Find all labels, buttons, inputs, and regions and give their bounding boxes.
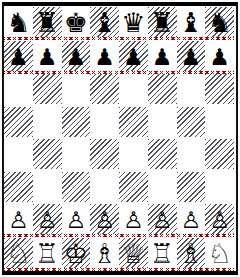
square-c7[interactable]: ♟︎ — [62, 41, 91, 71]
square-a1[interactable]: ♘︎ — [4, 238, 33, 268]
square-d5[interactable] — [90, 107, 119, 137]
piece-bp-b7: ♟︎ — [37, 44, 58, 71]
square-f7[interactable]: ♟︎ — [148, 41, 177, 71]
piece-wr-b1: ♖︎ — [35, 239, 59, 268]
square-d4[interactable] — [90, 139, 119, 169]
square-e6[interactable] — [119, 74, 148, 104]
square-b7[interactable]: ♟︎ — [33, 41, 62, 71]
piece-wb-d1: ♗︎ — [93, 239, 117, 268]
square-e5[interactable] — [119, 107, 148, 137]
square-e3[interactable] — [119, 172, 148, 202]
rank-7: ♟︎♟︎♟︎♟︎♟︎♟︎♟︎♟︎ — [4, 41, 234, 71]
square-d7[interactable]: ♟︎ — [90, 41, 119, 71]
square-c8[interactable]: ♚︎ — [62, 7, 91, 37]
piece-wq-e1: ♕︎ — [121, 239, 145, 268]
piece-bq-e8: ♛︎ — [121, 8, 145, 37]
piece-bp-a7: ♟︎ — [8, 44, 29, 71]
square-a5[interactable] — [4, 107, 33, 137]
square-d3[interactable] — [90, 172, 119, 202]
board-frame: ♞︎♜︎♚︎♝︎♛︎♜︎♝︎♞︎♟︎♟︎♟︎♟︎♟︎♟︎♟︎♟︎♙︎♙︎♙︎♙︎… — [2, 2, 238, 275]
square-b5[interactable] — [33, 107, 62, 137]
square-e8[interactable]: ♛︎ — [119, 7, 148, 37]
square-c4[interactable] — [62, 139, 91, 169]
piece-wp-c2: ♙︎ — [66, 207, 87, 234]
rank-1: ♘︎♖︎♔︎♗︎♕︎♖︎♗︎♘︎ — [4, 238, 234, 268]
square-f4[interactable] — [148, 139, 177, 169]
rank-2: ♙︎♙︎♙︎♙︎♙︎♙︎♙︎♙︎ — [4, 204, 234, 234]
rank-8: ♞︎♜︎♚︎♝︎♛︎♜︎♝︎♞︎ — [4, 7, 234, 37]
square-f1[interactable]: ♖︎ — [148, 238, 177, 268]
chess-diagram: ♞︎♜︎♚︎♝︎♛︎♜︎♝︎♞︎♟︎♟︎♟︎♟︎♟︎♟︎♟︎♟︎♙︎♙︎♙︎♙︎… — [0, 0, 240, 277]
square-a6[interactable] — [4, 74, 33, 104]
piece-wp-e2: ♙︎ — [123, 207, 144, 234]
square-b3[interactable] — [33, 172, 62, 202]
square-g7[interactable]: ♟︎ — [177, 41, 206, 71]
square-h5[interactable] — [205, 107, 234, 137]
piece-wb-g1: ♗︎ — [179, 239, 203, 268]
piece-bp-g7: ♟︎ — [181, 44, 202, 71]
piece-bp-c7: ♟︎ — [66, 44, 87, 71]
piece-bp-f7: ♟︎ — [152, 44, 173, 71]
piece-wp-b2: ♙︎ — [37, 207, 58, 234]
square-b2[interactable]: ♙︎ — [33, 204, 62, 234]
board: ♞︎♜︎♚︎♝︎♛︎♜︎♝︎♞︎♟︎♟︎♟︎♟︎♟︎♟︎♟︎♟︎♙︎♙︎♙︎♙︎… — [4, 6, 234, 271]
piece-wp-d2: ♙︎ — [94, 207, 115, 234]
square-d2[interactable]: ♙︎ — [90, 204, 119, 234]
square-h7[interactable]: ♟︎ — [205, 41, 234, 71]
square-g2[interactable]: ♙︎ — [177, 204, 206, 234]
square-a8[interactable]: ♞︎ — [4, 7, 33, 37]
square-b6[interactable] — [33, 74, 62, 104]
piece-wk-c1: ♔︎ — [64, 239, 88, 268]
square-f5[interactable] — [148, 107, 177, 137]
rank-5 — [4, 107, 234, 137]
square-f6[interactable] — [148, 74, 177, 104]
square-c1[interactable]: ♔︎ — [62, 238, 91, 268]
square-h4[interactable] — [205, 139, 234, 169]
square-d6[interactable] — [90, 74, 119, 104]
square-h6[interactable] — [205, 74, 234, 104]
square-h3[interactable] — [205, 172, 234, 202]
square-b8[interactable]: ♜︎ — [33, 7, 62, 37]
piece-br-b8: ♜︎ — [35, 8, 59, 37]
square-f8[interactable]: ♜︎ — [148, 7, 177, 37]
square-e7[interactable]: ♟︎ — [119, 41, 148, 71]
piece-bb-d8: ♝︎ — [93, 8, 117, 37]
rank-3 — [4, 172, 234, 202]
rank-4 — [4, 139, 234, 169]
square-c5[interactable] — [62, 107, 91, 137]
piece-bp-e7: ♟︎ — [123, 44, 144, 71]
square-g8[interactable]: ♝︎ — [177, 7, 206, 37]
piece-bk-c8: ♚︎ — [64, 8, 88, 37]
square-c2[interactable]: ♙︎ — [62, 204, 91, 234]
square-g4[interactable] — [177, 139, 206, 169]
square-a7[interactable]: ♟︎ — [4, 41, 33, 71]
square-h8[interactable]: ♞︎ — [205, 7, 234, 37]
piece-wn-a1: ♘︎ — [6, 239, 30, 268]
piece-bp-h7: ♟︎ — [209, 44, 230, 71]
piece-wn-h1: ♘︎ — [208, 239, 232, 268]
square-d8[interactable]: ♝︎ — [90, 7, 119, 37]
square-a4[interactable] — [4, 139, 33, 169]
piece-bn-a8: ♞︎ — [6, 8, 30, 37]
square-h2[interactable]: ♙︎ — [205, 204, 234, 234]
square-c3[interactable] — [62, 172, 91, 202]
piece-bp-d7: ♟︎ — [94, 44, 115, 71]
square-b4[interactable] — [33, 139, 62, 169]
square-e2[interactable]: ♙︎ — [119, 204, 148, 234]
piece-wp-g2: ♙︎ — [181, 207, 202, 234]
piece-wr-f1: ♖︎ — [150, 239, 174, 268]
square-a3[interactable] — [4, 172, 33, 202]
square-g6[interactable] — [177, 74, 206, 104]
square-f2[interactable]: ♙︎ — [148, 204, 177, 234]
square-b1[interactable]: ♖︎ — [33, 238, 62, 268]
square-c6[interactable] — [62, 74, 91, 104]
piece-br-f8: ♜︎ — [150, 8, 174, 37]
square-e1[interactable]: ♕︎ — [119, 238, 148, 268]
square-g3[interactable] — [177, 172, 206, 202]
square-g5[interactable] — [177, 107, 206, 137]
piece-wp-a2: ♙︎ — [8, 207, 29, 234]
square-d1[interactable]: ♗︎ — [90, 238, 119, 268]
piece-bn-h8: ♞︎ — [208, 8, 232, 37]
square-a2[interactable]: ♙︎ — [4, 204, 33, 234]
square-e4[interactable] — [119, 139, 148, 169]
square-f3[interactable] — [148, 172, 177, 202]
piece-bb-g8: ♝︎ — [179, 8, 203, 37]
square-g1[interactable]: ♗︎ — [177, 238, 206, 268]
piece-wp-h2: ♙︎ — [209, 207, 230, 234]
rank-6 — [4, 74, 234, 104]
square-h1[interactable]: ♘︎ — [205, 238, 234, 268]
piece-wp-f2: ♙︎ — [152, 207, 173, 234]
